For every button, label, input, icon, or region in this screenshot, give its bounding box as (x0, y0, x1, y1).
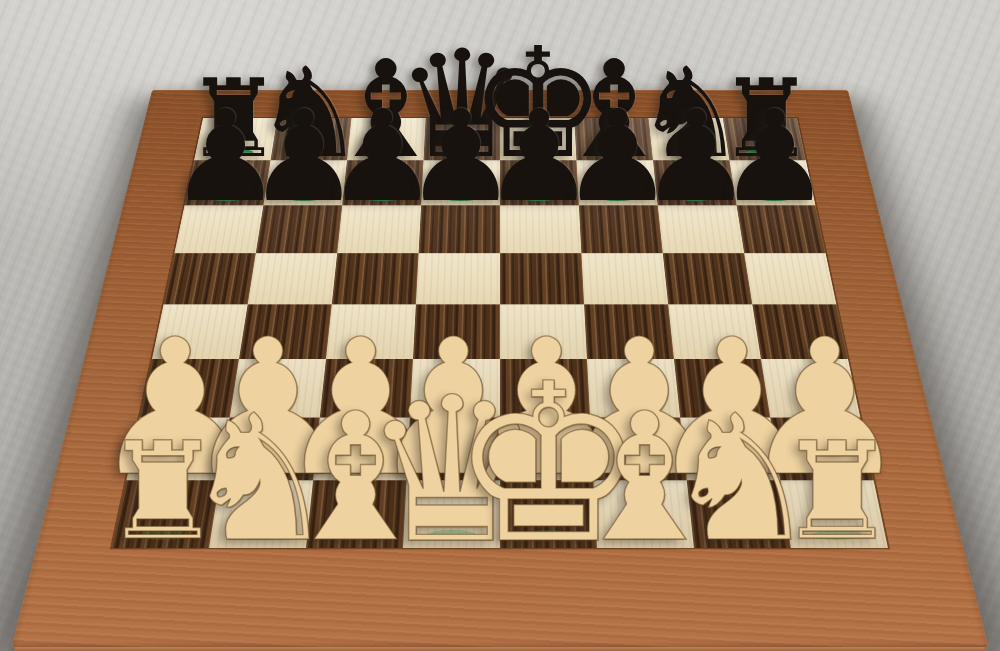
square-f5[interactable] (581, 253, 668, 304)
square-c5[interactable] (332, 253, 419, 304)
piece-white-rook[interactable]: ♜ (777, 425, 898, 560)
square-b5[interactable] (248, 253, 338, 304)
scene: ♜♞♝♛♚♝♞♜♟♟♟♟♟♟♟♟♟♟♟♟♟♟♟♟♜♞♝♛♚♝♞♜ (0, 0, 1000, 651)
piece-black-pawn[interactable]: ♟ (718, 94, 831, 220)
square-g5[interactable] (663, 253, 753, 304)
square-e5[interactable] (500, 253, 584, 304)
square-h5[interactable] (744, 253, 836, 304)
square-d5[interactable] (416, 253, 500, 304)
square-a5[interactable] (164, 253, 256, 304)
